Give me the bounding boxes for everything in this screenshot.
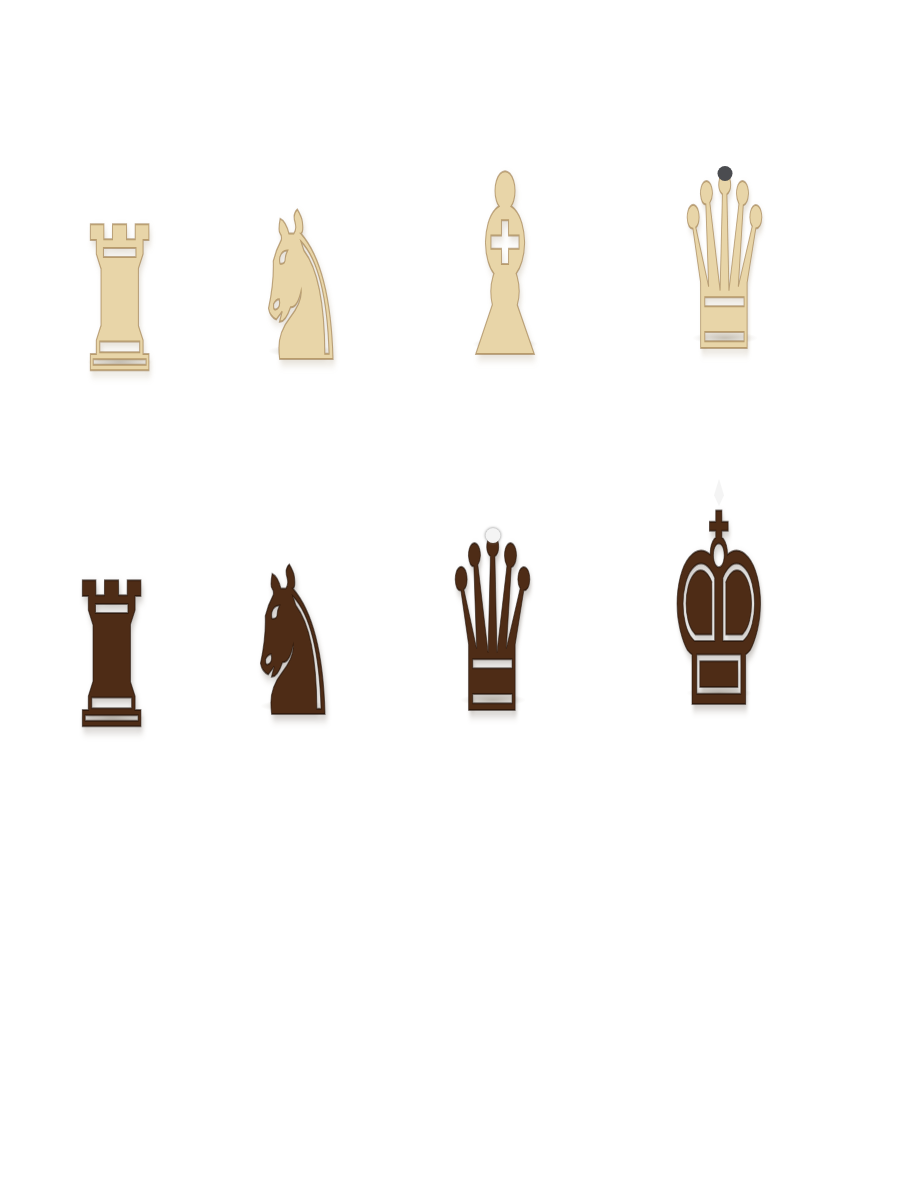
dark-knight-piece: ♞ <box>201 450 385 705</box>
gray-ball-finial-icon <box>717 166 732 181</box>
light-knight-glyph: ♞ <box>251 186 352 391</box>
top-piece-row: ♜♞♝♛♚♟♟♝♚♛♞♜ <box>30 110 876 365</box>
dark-knight-glyph: ♞ <box>243 541 344 746</box>
dark-king-piece: ♚ <box>600 437 838 692</box>
dark-queen-piece: ♛ <box>385 444 600 699</box>
dark-rook-piece: ♜ <box>22 462 201 717</box>
dark-rook-glyph: ♜ <box>65 557 158 757</box>
light-rook-piece: ♜ <box>30 106 209 361</box>
dark-bishop-piece: ♝ <box>838 434 900 689</box>
light-knight-piece: ♞ <box>209 95 393 350</box>
dark-king-glyph: ♚ <box>666 480 773 745</box>
bottom-piece-row: ♜♞♛♚♝♟♟♚♛♝♞♜ <box>22 470 880 725</box>
chess-pieces-photo: ♜♞♝♛♚♟♟♝♚♛♞♜ ♜♞♛♚♝♟♟♚♛♝♞♜ <box>0 0 900 1200</box>
light-bishop-piece: ♝ <box>393 88 617 343</box>
light-king-piece: ♚ <box>832 78 900 333</box>
light-bishop-glyph: ♝ <box>449 143 561 393</box>
light-rook-glyph: ♜ <box>73 201 166 401</box>
light-queen-glyph: ♛ <box>675 145 774 385</box>
dark-bishop-glyph: ♝ <box>894 489 900 739</box>
light-queen-piece: ♛ <box>617 82 832 337</box>
dark-queen-glyph: ♛ <box>443 507 542 747</box>
white-ball-finial-icon <box>485 528 500 543</box>
